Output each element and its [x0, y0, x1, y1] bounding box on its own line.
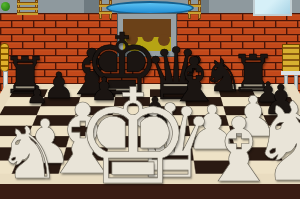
chair-back-right [282, 44, 300, 72]
game-scene: ♜♟♟♝♟♚♟♛♝♞♜♟♟♞♟♝♚♛♟♝♟♞ [0, 0, 300, 199]
piece-white-knight[interactable]: ♞ [247, 102, 300, 184]
piece-white-king[interactable]: ♚ [74, 88, 192, 187]
wall-panel [200, 0, 209, 14]
piece-white-knight[interactable]: ♞ [0, 126, 61, 180]
ladder-chair-left [17, 0, 38, 14]
plant-icon [1, 2, 10, 11]
window [253, 0, 292, 16]
